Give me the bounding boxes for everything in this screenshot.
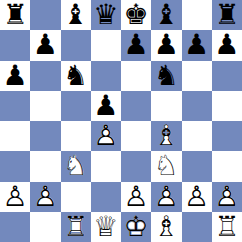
square-a8[interactable]: ♜ [0, 0, 30, 30]
piece-black-bishop[interactable]: ♝ [61, 0, 91, 30]
piece-outline: ♙ [212, 182, 242, 212]
piece-outline: ♙ [121, 182, 151, 212]
square-a2[interactable]: ♟♙ [0, 182, 30, 212]
square-a3[interactable] [0, 151, 30, 181]
square-d2[interactable] [91, 182, 121, 212]
piece-outline: ♖ [212, 212, 242, 242]
square-h4[interactable] [212, 121, 242, 151]
piece-white-pawn[interactable]: ♟♙ [0, 182, 30, 212]
piece-black-pawn[interactable]: ♟ [91, 91, 121, 121]
piece-black-bishop[interactable]: ♝ [151, 0, 181, 30]
square-a4[interactable] [0, 121, 30, 151]
piece-outline: ♙ [151, 182, 181, 212]
piece-outline: ♙ [30, 182, 60, 212]
piece-black-king[interactable]: ♚ [121, 0, 151, 30]
piece-white-rook[interactable]: ♜♖ [212, 212, 242, 242]
square-b6[interactable] [30, 61, 60, 91]
square-g4[interactable] [182, 121, 212, 151]
square-b7[interactable]: ♟ [30, 30, 60, 60]
square-f5[interactable] [151, 91, 181, 121]
square-a5[interactable] [0, 91, 30, 121]
square-e3[interactable] [121, 151, 151, 181]
square-g2[interactable]: ♟♙ [182, 182, 212, 212]
square-f6[interactable]: ♞ [151, 61, 181, 91]
square-g7[interactable]: ♟ [182, 30, 212, 60]
piece-white-pawn[interactable]: ♟♙ [151, 182, 181, 212]
square-g3[interactable] [182, 151, 212, 181]
piece-black-knight[interactable]: ♞ [61, 61, 91, 91]
piece-white-rook[interactable]: ♜♖ [61, 212, 91, 242]
square-h3[interactable] [212, 151, 242, 181]
square-a6[interactable]: ♟ [0, 61, 30, 91]
square-c2[interactable] [61, 182, 91, 212]
square-d7[interactable] [91, 30, 121, 60]
square-f7[interactable]: ♟ [151, 30, 181, 60]
piece-white-pawn[interactable]: ♟♙ [212, 182, 242, 212]
piece-black-pawn[interactable]: ♟ [121, 30, 151, 60]
piece-outline: ♔ [121, 212, 151, 242]
piece-outline: ♕ [91, 212, 121, 242]
square-e4[interactable] [121, 121, 151, 151]
piece-outline: ♙ [182, 182, 212, 212]
piece-outline: ♗ [151, 212, 181, 242]
square-e5[interactable] [121, 91, 151, 121]
square-a7[interactable] [0, 30, 30, 60]
square-c1[interactable]: ♜♖ [61, 212, 91, 242]
chess-board: ♜♝♛♚♝♜♟♟♟♟♟♟♞♞♟♟♙♝♗♞♘♞♘♟♙♟♙♟♙♟♙♟♙♟♙♜♖♛♕♚… [0, 0, 242, 242]
piece-black-rook[interactable]: ♜ [212, 0, 242, 30]
piece-white-king[interactable]: ♚♔ [121, 212, 151, 242]
square-f4[interactable]: ♝♗ [151, 121, 181, 151]
square-e7[interactable]: ♟ [121, 30, 151, 60]
square-f3[interactable]: ♞♘ [151, 151, 181, 181]
square-b2[interactable]: ♟♙ [30, 182, 60, 212]
square-c6[interactable]: ♞ [61, 61, 91, 91]
square-e6[interactable] [121, 61, 151, 91]
piece-black-pawn[interactable]: ♟ [212, 30, 242, 60]
piece-white-pawn[interactable]: ♟♙ [121, 182, 151, 212]
square-d6[interactable] [91, 61, 121, 91]
piece-outline: ♘ [151, 151, 181, 181]
square-g6[interactable] [182, 61, 212, 91]
square-b5[interactable] [30, 91, 60, 121]
square-b8[interactable] [30, 0, 60, 30]
square-d3[interactable] [91, 151, 121, 181]
square-c7[interactable] [61, 30, 91, 60]
piece-black-pawn[interactable]: ♟ [182, 30, 212, 60]
square-g5[interactable] [182, 91, 212, 121]
square-d1[interactable]: ♛♕ [91, 212, 121, 242]
square-e2[interactable]: ♟♙ [121, 182, 151, 212]
square-h7[interactable]: ♟ [212, 30, 242, 60]
piece-white-knight[interactable]: ♞♘ [61, 151, 91, 181]
square-b4[interactable] [30, 121, 60, 151]
piece-white-pawn[interactable]: ♟♙ [30, 182, 60, 212]
piece-black-pawn[interactable]: ♟ [151, 30, 181, 60]
piece-outline: ♘ [61, 151, 91, 181]
square-c3[interactable]: ♞♘ [61, 151, 91, 181]
square-e1[interactable]: ♚♔ [121, 212, 151, 242]
square-h6[interactable] [212, 61, 242, 91]
piece-outline: ♗ [151, 121, 181, 151]
piece-black-knight[interactable]: ♞ [151, 61, 181, 91]
square-d5[interactable]: ♟ [91, 91, 121, 121]
square-h2[interactable]: ♟♙ [212, 182, 242, 212]
piece-black-queen[interactable]: ♛ [91, 0, 121, 30]
piece-white-queen[interactable]: ♛♕ [91, 212, 121, 242]
square-a1[interactable] [0, 212, 30, 242]
piece-black-rook[interactable]: ♜ [0, 0, 30, 30]
square-c8[interactable]: ♝ [61, 0, 91, 30]
piece-outline: ♖ [61, 212, 91, 242]
square-h1[interactable]: ♜♖ [212, 212, 242, 242]
square-g8[interactable] [182, 0, 212, 30]
square-b3[interactable] [30, 151, 60, 181]
piece-outline: ♙ [0, 182, 30, 212]
square-g1[interactable] [182, 212, 212, 242]
piece-white-knight[interactable]: ♞♘ [151, 151, 181, 181]
piece-white-bishop[interactable]: ♝♗ [151, 121, 181, 151]
square-d8[interactable]: ♛ [91, 0, 121, 30]
square-c5[interactable] [61, 91, 91, 121]
square-f8[interactable]: ♝ [151, 0, 181, 30]
square-e8[interactable]: ♚ [121, 0, 151, 30]
piece-outline: ♙ [91, 121, 121, 151]
piece-black-pawn[interactable]: ♟ [0, 61, 30, 91]
square-b1[interactable] [30, 212, 60, 242]
piece-black-pawn[interactable]: ♟ [30, 30, 60, 60]
piece-white-pawn[interactable]: ♟♙ [91, 121, 121, 151]
piece-white-pawn[interactable]: ♟♙ [182, 182, 212, 212]
square-h8[interactable]: ♜ [212, 0, 242, 30]
square-h5[interactable] [212, 91, 242, 121]
square-f1[interactable]: ♝♗ [151, 212, 181, 242]
square-c4[interactable] [61, 121, 91, 151]
square-d4[interactable]: ♟♙ [91, 121, 121, 151]
piece-white-bishop[interactable]: ♝♗ [151, 212, 181, 242]
square-f2[interactable]: ♟♙ [151, 182, 181, 212]
